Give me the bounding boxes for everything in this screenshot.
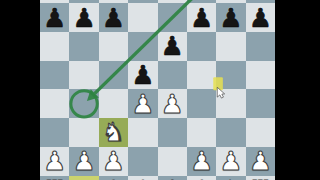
square-g1[interactable]: ♞ [216,176,245,180]
square-b3[interactable] [69,118,98,147]
black-pawn[interactable]: ♟ [190,5,213,31]
square-e1[interactable]: ♚ [158,176,187,180]
black-pawn[interactable]: ♟ [72,5,95,31]
square-d2[interactable] [128,147,157,176]
square-c1[interactable]: ♝ [99,176,128,180]
square-a6[interactable] [40,32,69,61]
white-pawn[interactable]: ♟ [43,148,66,174]
square-b6[interactable] [69,32,98,61]
square-h2[interactable]: ♟ [246,147,275,176]
black-bishop[interactable]: ♝ [102,0,125,2]
square-d6[interactable] [128,32,157,61]
square-b7[interactable]: ♟ [69,3,98,32]
square-h7[interactable]: ♟ [246,3,275,32]
square-f3[interactable] [187,118,216,147]
video-frame: ♜♞♝♛♚♝♞♜♟♟♟♟♟♟♟♟♟♟♞♟♟♟♟♟♟♜♝♛♚♝♞♜ [0,0,320,180]
square-f4[interactable] [187,89,216,118]
square-a3[interactable] [40,118,69,147]
square-e7[interactable] [158,3,187,32]
black-bishop[interactable]: ♝ [190,0,213,2]
black-pawn[interactable]: ♟ [249,5,272,31]
square-f2[interactable]: ♟ [187,147,216,176]
square-b2[interactable]: ♟ [69,147,98,176]
square-d4[interactable]: ♟ [128,89,157,118]
square-h6[interactable] [246,32,275,61]
black-pawn[interactable]: ♟ [43,5,66,31]
square-f1[interactable]: ♝ [187,176,216,180]
black-knight[interactable]: ♞ [72,0,95,2]
square-e6[interactable]: ♟ [158,32,187,61]
black-knight[interactable]: ♞ [219,0,242,2]
square-c2[interactable]: ♟ [99,147,128,176]
square-e5[interactable] [158,61,187,90]
black-pawn[interactable]: ♟ [102,5,125,31]
black-pawn[interactable]: ♟ [131,62,154,88]
square-c6[interactable] [99,32,128,61]
white-queen[interactable]: ♛ [131,177,154,180]
square-d1[interactable]: ♛ [128,176,157,180]
square-b1[interactable] [69,176,98,180]
square-a2[interactable]: ♟ [40,147,69,176]
square-g7[interactable]: ♟ [216,3,245,32]
chess-board: ♜♞♝♛♚♝♞♜♟♟♟♟♟♟♟♟♟♟♞♟♟♟♟♟♟♜♝♛♚♝♞♜ [40,0,275,180]
square-d7[interactable] [128,3,157,32]
white-pawn[interactable]: ♟ [131,91,154,117]
square-h5[interactable] [246,61,275,90]
square-f6[interactable] [187,32,216,61]
square-e4[interactable]: ♟ [158,89,187,118]
black-rook[interactable]: ♜ [249,0,272,2]
white-pawn[interactable]: ♟ [72,148,95,174]
square-h4[interactable] [246,89,275,118]
square-b4[interactable] [69,89,98,118]
square-a1[interactable]: ♜ [40,176,69,180]
square-d5[interactable]: ♟ [128,61,157,90]
black-rook[interactable]: ♜ [43,0,66,2]
white-pawn[interactable]: ♟ [249,148,272,174]
white-rook[interactable]: ♜ [249,177,272,180]
square-g4[interactable] [216,89,245,118]
white-bishop[interactable]: ♝ [190,177,213,180]
white-pawn[interactable]: ♟ [102,148,125,174]
square-b5[interactable] [69,61,98,90]
white-knight[interactable]: ♞ [219,177,242,180]
letterbox-right [275,0,320,180]
black-queen[interactable]: ♛ [131,0,154,2]
black-pawn[interactable]: ♟ [161,33,184,59]
black-king[interactable]: ♚ [161,0,184,2]
square-c3[interactable]: ♞ [99,118,128,147]
white-pawn[interactable]: ♟ [219,148,242,174]
black-pawn[interactable]: ♟ [219,5,242,31]
square-g3[interactable] [216,118,245,147]
white-rook[interactable]: ♜ [43,177,66,180]
square-f7[interactable]: ♟ [187,3,216,32]
letterbox-left [0,0,40,180]
square-c7[interactable]: ♟ [99,3,128,32]
square-h1[interactable]: ♜ [246,176,275,180]
square-f5[interactable] [187,61,216,90]
white-pawn[interactable]: ♟ [190,148,213,174]
square-a4[interactable] [40,89,69,118]
square-a5[interactable] [40,61,69,90]
square-e2[interactable] [158,147,187,176]
white-king[interactable]: ♚ [161,177,184,180]
white-knight[interactable]: ♞ [102,119,125,145]
square-c5[interactable] [99,61,128,90]
square-e3[interactable] [158,118,187,147]
square-g6[interactable] [216,32,245,61]
square-g5[interactable] [216,61,245,90]
square-a7[interactable]: ♟ [40,3,69,32]
square-d3[interactable] [128,118,157,147]
white-pawn[interactable]: ♟ [161,91,184,117]
square-h3[interactable] [246,118,275,147]
square-g2[interactable]: ♟ [216,147,245,176]
white-bishop[interactable]: ♝ [102,177,125,180]
square-c4[interactable] [99,89,128,118]
